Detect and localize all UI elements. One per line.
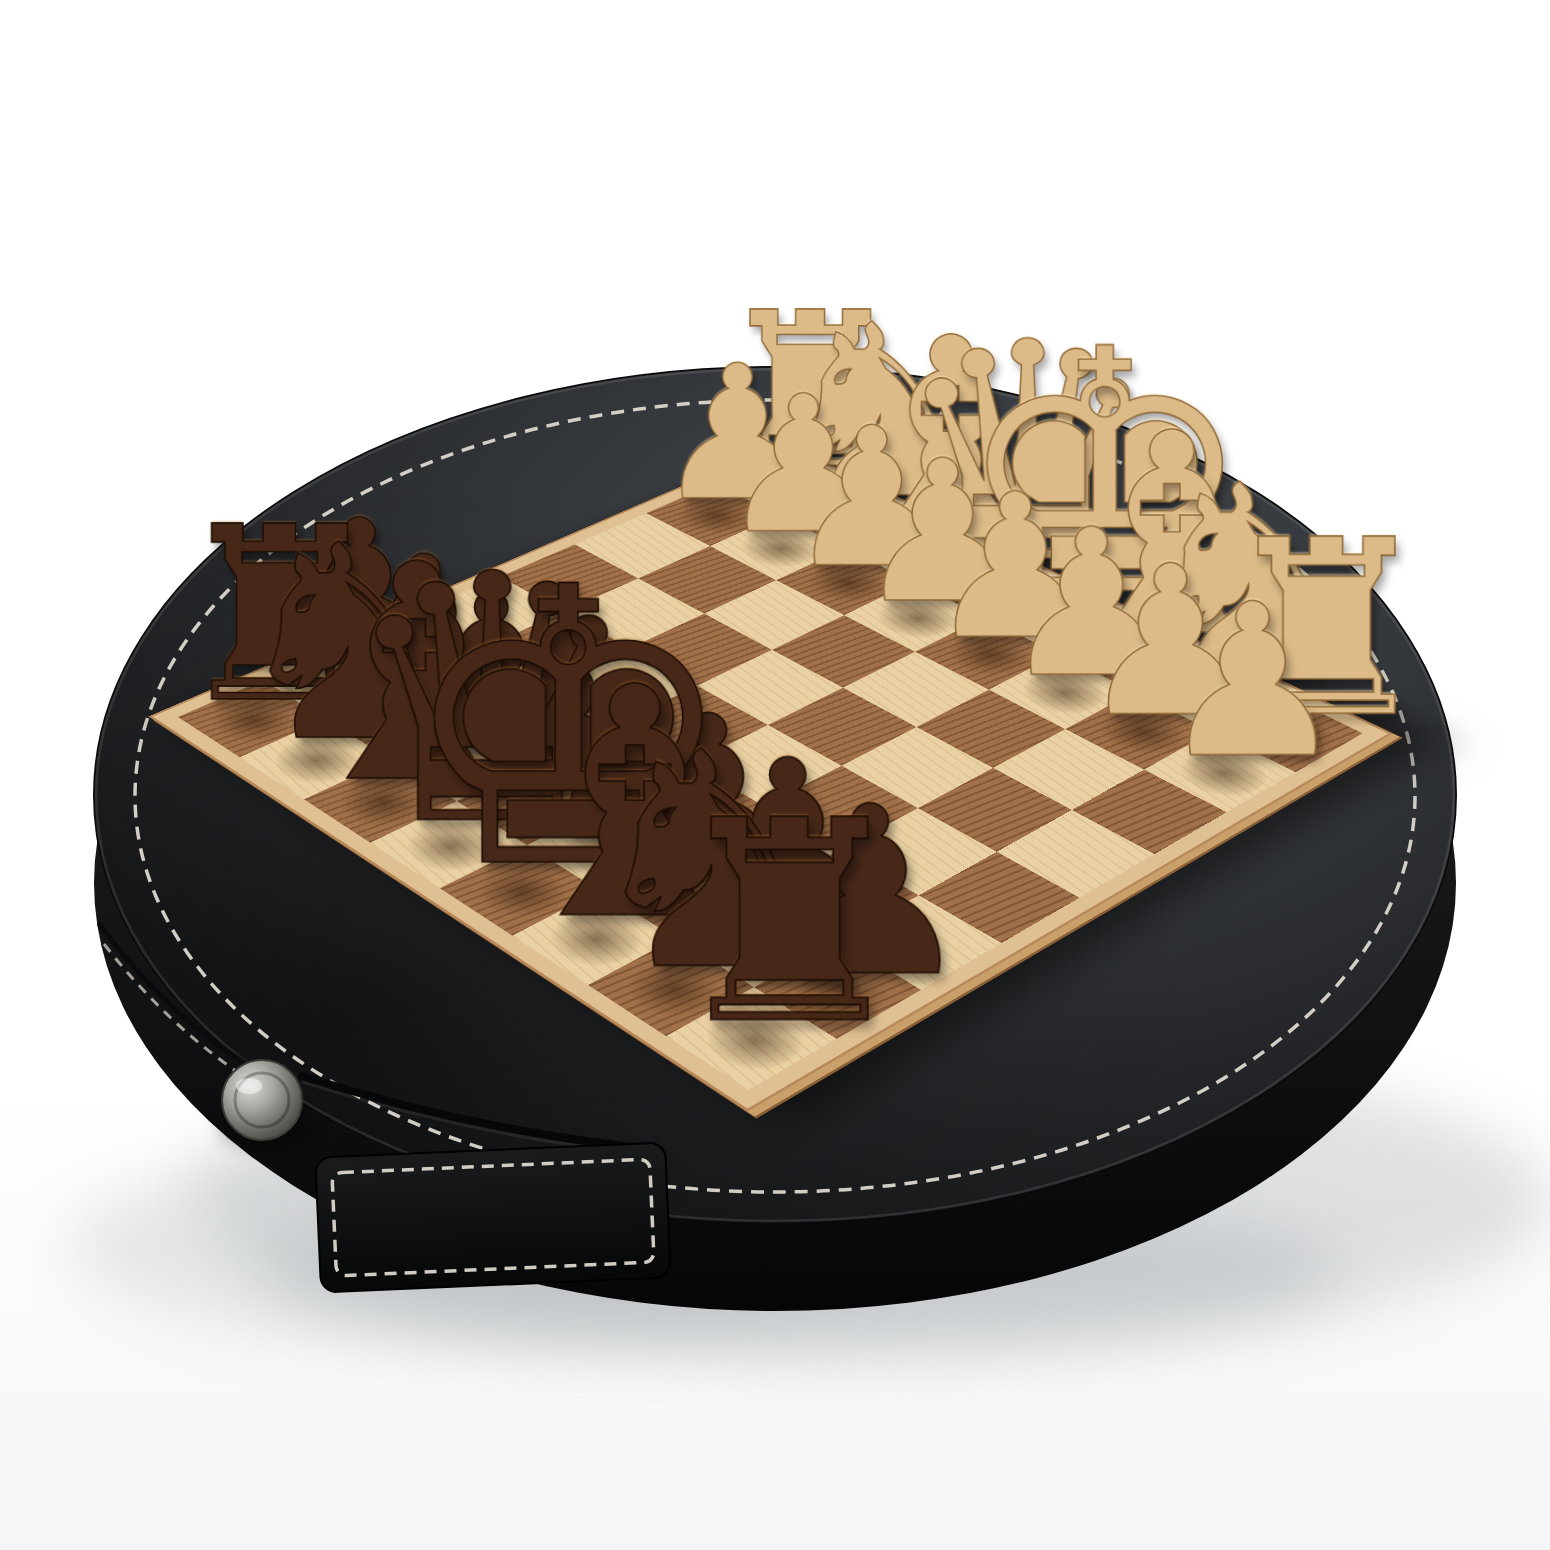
product-photo-stage: ♜♟♟♜♞♟♟♞♝♟♟♝♛♟♟♛♚♟♟♚♝♟♟♝♞♟♟♞♜♟♟♜ <box>0 0 1550 1550</box>
square-h8[interactable]: ♜ <box>666 987 836 1090</box>
black-rook[interactable]: ♜ <box>665 784 915 1062</box>
white-pawn[interactable]: ♟ <box>1158 576 1347 787</box>
square-h2[interactable]: ♟ <box>1144 731 1296 812</box>
board-scene: ♜♟♟♜♞♟♟♞♝♟♟♝♛♟♟♛♚♟♟♚♝♟♟♝♞♟♟♞♜♟♟♜ <box>0 0 1550 1550</box>
chess-board: ♜♟♟♜♞♟♟♞♝♟♟♝♛♟♟♛♚♟♟♚♝♟♟♝♞♟♟♞♜♟♟♜ <box>149 442 1393 1111</box>
